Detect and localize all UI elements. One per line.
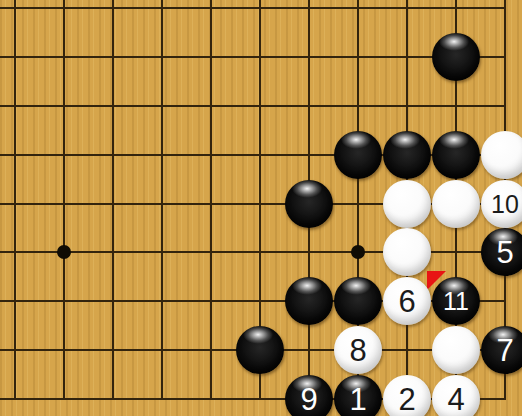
move-number: 4 (447, 384, 464, 415)
move-number: 10 (491, 192, 519, 217)
move-number: 7 (496, 335, 513, 366)
stone-black-move-5[interactable]: 5 (481, 228, 522, 276)
star-point (57, 245, 71, 259)
grid-vline (14, 0, 16, 400)
stone-black[interactable] (236, 326, 284, 374)
move-number: 6 (398, 286, 415, 317)
star-point (351, 245, 365, 259)
move-number: 9 (300, 384, 317, 415)
stone-black[interactable] (285, 180, 333, 228)
stone-white-move-4[interactable]: 4 (432, 375, 480, 416)
grid-hline (0, 56, 506, 58)
stone-white[interactable] (481, 131, 522, 179)
grid-hline (0, 105, 506, 107)
stone-white[interactable] (432, 180, 480, 228)
stone-black[interactable] (383, 131, 431, 179)
grid-vline (210, 0, 212, 400)
stone-black[interactable] (432, 33, 480, 81)
stone-black-move-7[interactable]: 7 (481, 326, 522, 374)
move-number: 1 (349, 384, 366, 415)
grid-hline (0, 7, 506, 9)
move-number: 5 (496, 237, 513, 268)
stone-white[interactable] (432, 326, 480, 374)
move-number: 2 (398, 384, 415, 415)
go-board[interactable]: 105611879124 (0, 0, 522, 416)
stone-black[interactable] (432, 131, 480, 179)
move-number: 11 (443, 289, 469, 314)
stone-black-move-1[interactable]: 1 (334, 375, 382, 416)
stone-black[interactable] (334, 131, 382, 179)
stone-white[interactable] (383, 180, 431, 228)
stone-white[interactable] (383, 228, 431, 276)
grid-vline (63, 0, 65, 400)
stone-black[interactable] (285, 277, 333, 325)
grid-vline (161, 0, 163, 400)
stone-black-move-11[interactable]: 11 (432, 277, 480, 325)
stone-black[interactable] (334, 277, 382, 325)
stone-white-move-8[interactable]: 8 (334, 326, 382, 374)
grid-vline (112, 0, 114, 400)
stone-white-move-10[interactable]: 10 (481, 180, 522, 228)
stone-black-move-9[interactable]: 9 (285, 375, 333, 416)
move-number: 8 (349, 335, 366, 366)
stone-white-move-6[interactable]: 6 (383, 277, 431, 325)
stone-white-move-2[interactable]: 2 (383, 375, 431, 416)
